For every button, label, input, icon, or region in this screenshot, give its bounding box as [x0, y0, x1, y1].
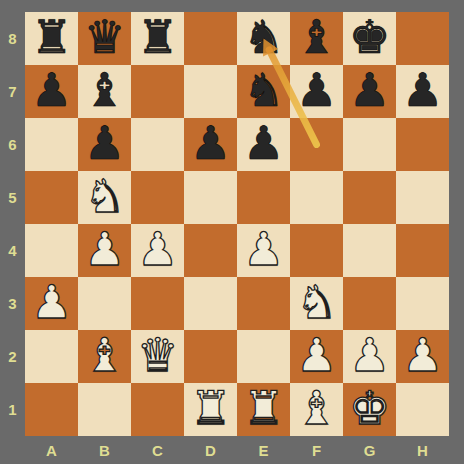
square-h8[interactable] [396, 12, 449, 65]
square-c7[interactable] [131, 65, 184, 118]
rank-label-5: 5 [0, 171, 25, 224]
file-label-b: B [78, 436, 131, 464]
square-e2[interactable] [237, 330, 290, 383]
piece-white-rook[interactable]: ♜ [243, 382, 284, 435]
file-label-h: H [396, 436, 449, 464]
piece-black-queen[interactable]: ♛ [84, 11, 125, 64]
square-g1[interactable]: ♚ [343, 383, 396, 436]
piece-white-pawn[interactable]: ♟ [296, 329, 337, 382]
piece-white-pawn[interactable]: ♟ [137, 223, 178, 276]
square-f1[interactable]: ♝ [290, 383, 343, 436]
square-b7[interactable]: ♝ [78, 65, 131, 118]
piece-black-rook[interactable]: ♜ [137, 11, 178, 64]
square-a7[interactable]: ♟ [25, 65, 78, 118]
square-c2[interactable]: ♛ [131, 330, 184, 383]
square-a5[interactable] [25, 171, 78, 224]
square-a6[interactable] [25, 118, 78, 171]
piece-black-pawn[interactable]: ♟ [349, 64, 390, 117]
square-h7[interactable]: ♟ [396, 65, 449, 118]
file-label-f: F [290, 436, 343, 464]
square-h1[interactable] [396, 383, 449, 436]
chess-board: ♜♛♜♞♝♚♟♝♞♟♟♟♟♟♟♞♟♟♟♟♞♝♛♟♟♟♜♜♝♚ [25, 12, 449, 436]
piece-white-knight[interactable]: ♞ [296, 276, 337, 329]
piece-white-king[interactable]: ♚ [349, 382, 390, 435]
rank-label-2: 2 [0, 330, 25, 383]
rank-label-3: 3 [0, 277, 25, 330]
square-b6[interactable]: ♟ [78, 118, 131, 171]
square-d4[interactable] [184, 224, 237, 277]
square-g5[interactable] [343, 171, 396, 224]
square-c3[interactable] [131, 277, 184, 330]
square-c1[interactable] [131, 383, 184, 436]
square-c5[interactable] [131, 171, 184, 224]
piece-black-pawn[interactable]: ♟ [190, 117, 231, 170]
square-g3[interactable] [343, 277, 396, 330]
square-f8[interactable]: ♝ [290, 12, 343, 65]
square-f3[interactable]: ♞ [290, 277, 343, 330]
square-g8[interactable]: ♚ [343, 12, 396, 65]
piece-white-knight[interactable]: ♞ [84, 170, 125, 223]
square-e7[interactable]: ♞ [237, 65, 290, 118]
piece-black-pawn[interactable]: ♟ [84, 117, 125, 170]
piece-white-bishop[interactable]: ♝ [296, 382, 337, 435]
square-g4[interactable] [343, 224, 396, 277]
piece-black-pawn[interactable]: ♟ [243, 117, 284, 170]
square-c8[interactable]: ♜ [131, 12, 184, 65]
piece-black-knight[interactable]: ♞ [243, 64, 284, 117]
square-d1[interactable]: ♜ [184, 383, 237, 436]
square-h5[interactable] [396, 171, 449, 224]
piece-white-bishop[interactable]: ♝ [84, 329, 125, 382]
square-d5[interactable] [184, 171, 237, 224]
square-a4[interactable] [25, 224, 78, 277]
piece-black-rook[interactable]: ♜ [31, 11, 72, 64]
square-h3[interactable] [396, 277, 449, 330]
square-c6[interactable] [131, 118, 184, 171]
file-label-e: E [237, 436, 290, 464]
square-f4[interactable] [290, 224, 343, 277]
square-d7[interactable] [184, 65, 237, 118]
square-b2[interactable]: ♝ [78, 330, 131, 383]
square-e8[interactable]: ♞ [237, 12, 290, 65]
square-h6[interactable] [396, 118, 449, 171]
square-a8[interactable]: ♜ [25, 12, 78, 65]
square-b1[interactable] [78, 383, 131, 436]
file-label-c: C [131, 436, 184, 464]
rank-label-7: 7 [0, 65, 25, 118]
square-b4[interactable]: ♟ [78, 224, 131, 277]
square-d2[interactable] [184, 330, 237, 383]
square-c4[interactable]: ♟ [131, 224, 184, 277]
square-h2[interactable]: ♟ [396, 330, 449, 383]
square-a1[interactable] [25, 383, 78, 436]
piece-white-rook[interactable]: ♜ [190, 382, 231, 435]
piece-white-pawn[interactable]: ♟ [349, 329, 390, 382]
rank-label-6: 6 [0, 118, 25, 171]
square-g6[interactable] [343, 118, 396, 171]
piece-black-bishop[interactable]: ♝ [296, 11, 337, 64]
square-g7[interactable]: ♟ [343, 65, 396, 118]
piece-black-king[interactable]: ♚ [349, 11, 390, 64]
file-label-a: A [25, 436, 78, 464]
piece-black-knight[interactable]: ♞ [243, 11, 284, 64]
file-label-d: D [184, 436, 237, 464]
square-e3[interactable] [237, 277, 290, 330]
square-d8[interactable] [184, 12, 237, 65]
piece-black-bishop[interactable]: ♝ [84, 64, 125, 117]
square-g2[interactable]: ♟ [343, 330, 396, 383]
square-b3[interactable] [78, 277, 131, 330]
square-f6[interactable] [290, 118, 343, 171]
file-labels: ABCDEFGH [25, 436, 449, 464]
piece-black-pawn[interactable]: ♟ [296, 64, 337, 117]
rank-label-8: 8 [0, 12, 25, 65]
square-f5[interactable] [290, 171, 343, 224]
square-d6[interactable]: ♟ [184, 118, 237, 171]
piece-white-pawn[interactable]: ♟ [31, 276, 72, 329]
rank-label-1: 1 [0, 383, 25, 436]
square-a3[interactable]: ♟ [25, 277, 78, 330]
piece-white-pawn[interactable]: ♟ [84, 223, 125, 276]
piece-white-queen[interactable]: ♛ [137, 329, 178, 382]
piece-white-pawn[interactable]: ♟ [402, 329, 443, 382]
chess-app-window: 87654321 ♜♛♜♞♝♚♟♝♞♟♟♟♟♟♟♞♟♟♟♟♞♝♛♟♟♟♜♜♝♚ … [0, 0, 464, 464]
square-f2[interactable]: ♟ [290, 330, 343, 383]
piece-white-pawn[interactable]: ♟ [243, 223, 284, 276]
square-f7[interactable]: ♟ [290, 65, 343, 118]
square-b5[interactable]: ♞ [78, 171, 131, 224]
piece-black-pawn[interactable]: ♟ [402, 64, 443, 117]
piece-black-pawn[interactable]: ♟ [31, 64, 72, 117]
square-h4[interactable] [396, 224, 449, 277]
rank-labels: 87654321 [0, 12, 25, 436]
square-b8[interactable]: ♛ [78, 12, 131, 65]
rank-label-4: 4 [0, 224, 25, 277]
square-a2[interactable] [25, 330, 78, 383]
square-e1[interactable]: ♜ [237, 383, 290, 436]
file-label-g: G [343, 436, 396, 464]
square-e6[interactable]: ♟ [237, 118, 290, 171]
square-e5[interactable] [237, 171, 290, 224]
square-d3[interactable] [184, 277, 237, 330]
square-e4[interactable]: ♟ [237, 224, 290, 277]
